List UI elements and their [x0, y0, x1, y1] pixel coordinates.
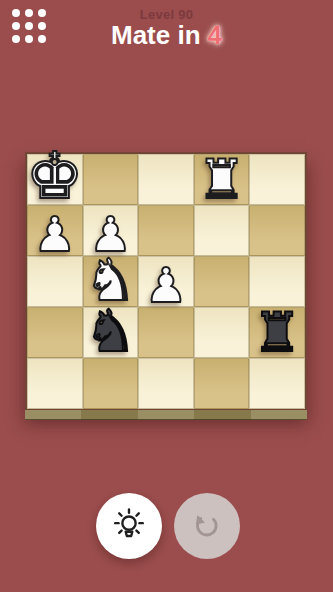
- undo-button[interactable]: [174, 493, 240, 559]
- lightbulb-icon: [110, 507, 148, 545]
- white-king-a5[interactable]: ♚: [26, 144, 83, 208]
- pieces-layer: ♚♜♟♟♞♟♞♜: [27, 154, 305, 409]
- white-pawn-a4[interactable]: ♟: [33, 210, 76, 258]
- title-number: 4: [208, 20, 222, 50]
- page-title: Mate in4: [0, 20, 333, 51]
- hint-button[interactable]: [96, 493, 162, 559]
- app-root: Level 90 Mate in4 ♚♜♟♟♞♟♞♜: [0, 0, 333, 592]
- white-pawn-c3[interactable]: ♟: [144, 261, 187, 309]
- title-prefix: Mate in: [111, 20, 201, 50]
- black-knight-b2[interactable]: ♞: [84, 302, 136, 360]
- white-rook-d5[interactable]: ♜: [197, 153, 245, 207]
- board: ♚♜♟♟♞♟♞♜: [25, 152, 307, 411]
- black-rook-e2[interactable]: ♜: [253, 306, 301, 360]
- undo-arrow-icon: [188, 507, 226, 545]
